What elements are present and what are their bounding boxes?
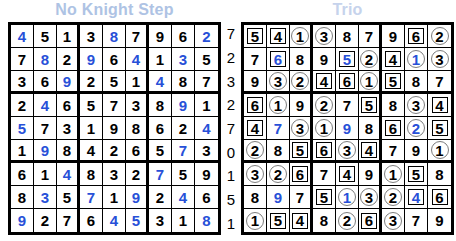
digit: 7: [63, 213, 71, 228]
nks-cell-r9c9[interactable]: 8: [195, 209, 218, 232]
nks-cell-r1c1[interactable]: 4: [11, 25, 34, 48]
digit: 4: [296, 213, 304, 228]
nks-cell-r4c1[interactable]: 2: [11, 94, 34, 117]
nks-cell-r8c2[interactable]: 3: [34, 186, 57, 209]
circle-mark: 2: [360, 50, 378, 68]
trio-cell-r8c5[interactable]: 1: [336, 186, 359, 209]
digit: 1: [343, 190, 351, 205]
nks-cell-r7c1[interactable]: 6: [11, 163, 34, 186]
row-label-3: 3: [221, 69, 241, 93]
trio-cell-r8c8[interactable]: 4: [405, 186, 428, 209]
nks-cell-r5c8[interactable]: 2: [172, 117, 195, 140]
trio-cell-r1c6[interactable]: 7: [359, 25, 382, 48]
digit: 4: [274, 29, 282, 44]
digit: 5: [343, 52, 351, 67]
trio-cell-r5c6[interactable]: 8: [359, 117, 382, 140]
nks-cell-r5c3[interactable]: 3: [57, 117, 80, 140]
digit: 8: [274, 143, 282, 158]
trio-cell-r9c5[interactable]: 2: [336, 209, 359, 232]
trio-cell-r8c1[interactable]: 8: [244, 186, 267, 209]
nks-cell-r4c6[interactable]: 3: [126, 94, 149, 117]
digit: 5: [179, 167, 187, 182]
digit: 1: [274, 98, 282, 113]
nks-cell-r9c6[interactable]: 5: [126, 209, 149, 232]
digit: 4: [156, 74, 164, 89]
square-mark: 5: [247, 28, 263, 44]
circle-mark: 1: [338, 188, 356, 206]
circle-mark: 1: [407, 50, 425, 68]
nks-cell-r7c2[interactable]: 1: [34, 163, 57, 186]
digit: 3: [343, 143, 351, 158]
nks-cell-r2c6[interactable]: 4: [126, 48, 149, 71]
digit: 1: [110, 190, 118, 205]
trio-cell-r7c1[interactable]: 3: [244, 163, 267, 186]
circle-mark: 3: [360, 188, 378, 206]
digit: 7: [18, 52, 26, 67]
trio-cell-r9c7[interactable]: 3: [382, 209, 405, 232]
trio-cell-r4c1[interactable]: 6: [244, 94, 267, 117]
nks-cell-r1c6[interactable]: 7: [126, 25, 149, 48]
digit: 1: [412, 52, 420, 67]
digit: 9: [274, 190, 282, 205]
nks-cell-r2c5[interactable]: 6: [103, 48, 126, 71]
digit: 5: [156, 143, 164, 158]
row-label-8: 5: [221, 188, 241, 212]
nks-cell-r1c5[interactable]: 8: [103, 25, 126, 48]
trio-cell-r1c9[interactable]: 2: [428, 25, 451, 48]
nks-cell-r8c3[interactable]: 5: [57, 186, 80, 209]
trio-cell-r2c4[interactable]: 9: [313, 48, 336, 71]
digit: 8: [365, 121, 373, 136]
digit: 7: [251, 52, 259, 67]
nks-cell-r2c1[interactable]: 7: [11, 48, 34, 71]
digit: 3: [179, 52, 187, 67]
trio-cell-r5c8[interactable]: 2: [405, 117, 428, 140]
digit: 6: [389, 121, 397, 136]
left-puzzle-title: No Knight Step: [8, 0, 221, 20]
digit: 8: [63, 143, 71, 158]
trio-cell-r4c3[interactable]: 9: [290, 94, 313, 117]
nks-cell-r8c6[interactable]: 9: [126, 186, 149, 209]
nks-cell-r6c8[interactable]: 7: [172, 140, 195, 163]
trio-cell-r8c7[interactable]: 2: [382, 186, 405, 209]
nks-cell-r4c7[interactable]: 8: [149, 94, 172, 117]
trio-cell-r4c7[interactable]: 8: [382, 94, 405, 117]
digit: 6: [365, 213, 373, 228]
trio-cell-r1c4[interactable]: 3: [313, 25, 336, 48]
square-mark: 6: [339, 73, 355, 89]
digit: 9: [343, 121, 351, 136]
square-mark: 6: [432, 189, 448, 205]
nks-cell-r6c9[interactable]: 3: [195, 140, 218, 163]
digit: 4: [179, 190, 187, 205]
trio-cell-r3c1[interactable]: 9: [244, 71, 267, 94]
trio-cell-r5c3[interactable]: 3: [290, 117, 313, 140]
row-label-4: 2: [221, 93, 241, 117]
nks-cell-r7c4[interactable]: 8: [80, 163, 103, 186]
trio-cell-r3c5[interactable]: 6: [336, 71, 359, 94]
square-mark: 6: [385, 120, 401, 136]
trio-cell-r7c4[interactable]: 7: [313, 163, 336, 186]
digit: 9: [412, 143, 420, 158]
circle-mark: 1: [291, 27, 309, 45]
digit: 6: [179, 29, 187, 44]
nks-cell-r3c4[interactable]: 2: [80, 71, 103, 94]
trio-cell-r3c4[interactable]: 4: [313, 71, 336, 94]
digit: 1: [296, 29, 304, 44]
nks-cell-r6c2[interactable]: 9: [34, 140, 57, 163]
digit: 2: [132, 167, 140, 182]
nks-cell-r4c2[interactable]: 4: [34, 94, 57, 117]
nks-cell-r5c2[interactable]: 7: [34, 117, 57, 140]
nks-cell-r3c2[interactable]: 6: [34, 71, 57, 94]
page: No Knight Step Trio 45138796278296413536…: [0, 0, 456, 241]
nks-cell-r1c3[interactable]: 1: [57, 25, 80, 48]
circle-mark: 1: [246, 212, 264, 230]
digit: 7: [132, 29, 140, 44]
nks-cell-r5c4[interactable]: 1: [80, 117, 103, 140]
square-mark: 4: [432, 97, 448, 113]
digit: 9: [110, 121, 118, 136]
digit: 6: [435, 190, 443, 205]
square-mark: 4: [339, 166, 355, 182]
circle-mark: 2: [291, 72, 309, 90]
nks-cell-r3c6[interactable]: 1: [126, 71, 149, 94]
nks-cell-r9c3[interactable]: 7: [57, 209, 80, 232]
digit: 9: [202, 167, 210, 182]
square-mark: 5: [408, 166, 424, 182]
digit: 9: [179, 98, 187, 113]
circle-mark: 2: [431, 27, 449, 45]
trio-cell-r2c8[interactable]: 1: [405, 48, 428, 71]
nks-cell-r7c5[interactable]: 3: [103, 163, 126, 186]
trio-cell-r9c2[interactable]: 5: [267, 209, 290, 232]
digit: 8: [179, 74, 187, 89]
digit: 4: [320, 74, 328, 89]
nks-cell-r9c7[interactable]: 3: [149, 209, 172, 232]
trio-cell-r6c4[interactable]: 6: [313, 140, 336, 163]
square-mark: 6: [292, 166, 308, 182]
trio-cell-r6c6[interactable]: 4: [359, 140, 382, 163]
trio-cell-r3c7[interactable]: 5: [382, 71, 405, 94]
nks-cell-r2c7[interactable]: 1: [149, 48, 172, 71]
digit: 9: [156, 29, 164, 44]
trio-cell-r9c8[interactable]: 7: [405, 209, 428, 232]
square-mark: 5: [316, 189, 332, 205]
nks-cell-r1c8[interactable]: 6: [172, 25, 195, 48]
nks-cell-r9c4[interactable]: 6: [80, 209, 103, 232]
nks-cell-r9c8[interactable]: 1: [172, 209, 195, 232]
trio-cell-r7c9[interactable]: 8: [428, 163, 451, 186]
digit: 7: [156, 167, 164, 182]
trio-cell-r3c2[interactable]: 3: [267, 71, 290, 94]
digit: 5: [320, 190, 328, 205]
digit: 3: [110, 167, 118, 182]
nks-cell-r2c2[interactable]: 8: [34, 48, 57, 71]
trio-cell-r9c4[interactable]: 8: [313, 209, 336, 232]
square-mark: 4: [292, 213, 308, 229]
nks-cell-r4c9[interactable]: 1: [195, 94, 218, 117]
nks-cell-r7c9[interactable]: 9: [195, 163, 218, 186]
trio-cell-r1c8[interactable]: 6: [405, 25, 428, 48]
trio-cell-r4c5[interactable]: 7: [336, 94, 359, 117]
nks-cell-r7c3[interactable]: 4: [57, 163, 80, 186]
digit: 7: [87, 190, 95, 205]
nks-cell-r8c8[interactable]: 4: [172, 186, 195, 209]
digit: 9: [41, 143, 49, 158]
digit: 4: [343, 167, 351, 182]
digit: 1: [87, 121, 95, 136]
trio-cell-r5c2[interactable]: 7: [267, 117, 290, 140]
digit: 1: [320, 121, 328, 136]
trio-cell-r6c9[interactable]: 1: [428, 140, 451, 163]
digit: 4: [41, 98, 49, 113]
trio-cell-r7c5[interactable]: 4: [336, 163, 359, 186]
row-label-9: 1: [221, 211, 241, 235]
trio-cell-r5c9[interactable]: 5: [428, 117, 451, 140]
square-mark: 6: [408, 28, 424, 44]
trio-cell-r1c7[interactable]: 9: [382, 25, 405, 48]
digit: 6: [41, 74, 49, 89]
trio-cell-r8c2[interactable]: 9: [267, 186, 290, 209]
square-mark: 4: [316, 73, 332, 89]
nks-cell-r7c7[interactable]: 7: [149, 163, 172, 186]
trio-cell-r1c3[interactable]: 1: [290, 25, 313, 48]
digit: 5: [389, 74, 397, 89]
digit: 2: [18, 98, 26, 113]
digit: 8: [110, 29, 118, 44]
nks-cell-r9c1[interactable]: 9: [11, 209, 34, 232]
digit: 6: [132, 143, 140, 158]
trio-cell-r7c7[interactable]: 1: [382, 163, 405, 186]
digit: 7: [389, 143, 397, 158]
trio-cell-r7c8[interactable]: 5: [405, 163, 428, 186]
nks-cell-r8c5[interactable]: 1: [103, 186, 126, 209]
digit: 3: [87, 29, 95, 44]
trio-cell-r4c8[interactable]: 3: [405, 94, 428, 117]
digit: 4: [87, 143, 95, 158]
digit: 5: [274, 213, 282, 228]
circle-mark: 1: [315, 119, 333, 137]
trio-cell-r2c5[interactable]: 5: [336, 48, 359, 71]
trio-cell-r2c9[interactable]: 3: [428, 48, 451, 71]
digit: 3: [132, 98, 140, 113]
digit: 1: [179, 213, 187, 228]
digit: 8: [132, 121, 140, 136]
trio-cell-r9c1[interactable]: 1: [244, 209, 267, 232]
trio-cell-r1c5[interactable]: 8: [336, 25, 359, 48]
trio-cell-r3c9[interactable]: 7: [428, 71, 451, 94]
digit: 3: [63, 121, 71, 136]
trio-cell-r8c4[interactable]: 5: [313, 186, 336, 209]
digit: 8: [87, 167, 95, 182]
digit: 1: [41, 167, 49, 182]
trio-cell-r5c7[interactable]: 6: [382, 117, 405, 140]
nks-cell-r5c5[interactable]: 9: [103, 117, 126, 140]
trio-cell-r2c3[interactable]: 8: [290, 48, 313, 71]
nks-cell-r1c7[interactable]: 9: [149, 25, 172, 48]
trio-cell-r2c7[interactable]: 4: [382, 48, 405, 71]
digit: 9: [87, 52, 95, 67]
trio-cell-r3c8[interactable]: 8: [405, 71, 428, 94]
nks-cell-r9c2[interactable]: 2: [34, 209, 57, 232]
circle-mark: 1: [431, 141, 449, 159]
nks-cell-r8c4[interactable]: 7: [80, 186, 103, 209]
trio-cell-r9c3[interactable]: 4: [290, 209, 313, 232]
digit: 2: [110, 143, 118, 158]
nks-cell-r8c9[interactable]: 6: [195, 186, 218, 209]
trio-cell-r6c2[interactable]: 8: [267, 140, 290, 163]
circle-mark: 2: [269, 165, 287, 183]
digit: 1: [132, 74, 140, 89]
digit: 5: [202, 52, 210, 67]
nks-cell-r3c7[interactable]: 4: [149, 71, 172, 94]
trio-cell-r9c6[interactable]: 6: [359, 209, 382, 232]
digit: 7: [365, 29, 373, 44]
trio-cell-r4c4[interactable]: 2: [313, 94, 336, 117]
trio-cell-r7c6[interactable]: 9: [359, 163, 382, 186]
trio-cell-r4c6[interactable]: 5: [359, 94, 382, 117]
trio-cell-r4c9[interactable]: 4: [428, 94, 451, 117]
trio-cell-r5c5[interactable]: 9: [336, 117, 359, 140]
square-mark: 6: [270, 51, 286, 67]
digit: 9: [18, 213, 26, 228]
row-label-5: 7: [221, 117, 241, 141]
nks-cell-r4c3[interactable]: 6: [57, 94, 80, 117]
trio-cell-r6c8[interactable]: 9: [405, 140, 428, 163]
digit: 3: [156, 213, 164, 228]
nks-cell-r3c9[interactable]: 7: [195, 71, 218, 94]
trio-cell-r3c3[interactable]: 2: [290, 71, 313, 94]
digit: 3: [296, 121, 304, 136]
trio-cell-r8c6[interactable]: 3: [359, 186, 382, 209]
digit: 4: [365, 143, 373, 158]
trio-cell-r1c1[interactable]: 5: [244, 25, 267, 48]
digit: 2: [156, 190, 164, 205]
digit: 9: [296, 98, 304, 113]
digit: 4: [412, 190, 420, 205]
nks-cell-r1c9[interactable]: 2: [195, 25, 218, 48]
square-mark: 6: [316, 142, 332, 158]
digit: 7: [412, 213, 420, 228]
trio-cell-r4c2[interactable]: 1: [267, 94, 290, 117]
nks-cell-r5c9[interactable]: 4: [195, 117, 218, 140]
circle-mark: 3: [384, 212, 402, 230]
nks-cell-r6c1[interactable]: 1: [11, 140, 34, 163]
nks-cell-r8c1[interactable]: 8: [11, 186, 34, 209]
circle-mark: 3: [315, 27, 333, 45]
digit: 9: [63, 74, 71, 89]
trio-cell-r2c6[interactable]: 2: [359, 48, 382, 71]
nks-cell-r4c8[interactable]: 9: [172, 94, 195, 117]
trio-cell-r2c1[interactable]: 7: [244, 48, 267, 71]
nks-cell-r5c6[interactable]: 8: [126, 117, 149, 140]
nks-cell-r7c8[interactable]: 5: [172, 163, 195, 186]
digit: 3: [365, 190, 373, 205]
trio-cell-r6c1[interactable]: 2: [244, 140, 267, 163]
row-label-2: 2: [221, 46, 241, 70]
trio-cell-r7c2[interactable]: 2: [267, 163, 290, 186]
digit: 8: [41, 52, 49, 67]
circle-mark: 2: [407, 119, 425, 137]
trio-cell-r2c2[interactable]: 6: [267, 48, 290, 71]
trio-cell-r6c5[interactable]: 3: [336, 140, 359, 163]
nks-cell-r8c7[interactable]: 2: [149, 186, 172, 209]
nks-cell-r7c6[interactable]: 2: [126, 163, 149, 186]
digit: 1: [389, 167, 397, 182]
nks-cell-r2c4[interactable]: 9: [80, 48, 103, 71]
nks-cell-r6c7[interactable]: 5: [149, 140, 172, 163]
digit: 2: [274, 167, 282, 182]
trio-cell-r3c6[interactable]: 1: [359, 71, 382, 94]
nks-cell-r5c7[interactable]: 6: [149, 117, 172, 140]
trio-cell-r8c9[interactable]: 6: [428, 186, 451, 209]
nks-cell-r4c4[interactable]: 5: [80, 94, 103, 117]
nks-cell-r3c8[interactable]: 8: [172, 71, 195, 94]
row-label-6: 0: [221, 140, 241, 164]
trio-cell-r8c3[interactable]: 7: [290, 186, 313, 209]
digit: 1: [365, 74, 373, 89]
digit: 2: [179, 121, 187, 136]
digit: 1: [63, 29, 71, 44]
square-mark: 6: [247, 97, 263, 113]
trio-cell-r7c3[interactable]: 6: [290, 163, 313, 186]
digit: 8: [296, 52, 304, 67]
digit: 3: [202, 143, 210, 158]
nks-cell-r6c5[interactable]: 2: [103, 140, 126, 163]
nks-cell-r6c4[interactable]: 4: [80, 140, 103, 163]
nks-cell-r1c2[interactable]: 5: [34, 25, 57, 48]
digit: 6: [412, 29, 420, 44]
digit: 8: [156, 98, 164, 113]
nks-cell-r2c8[interactable]: 3: [172, 48, 195, 71]
trio-cell-r6c3[interactable]: 5: [290, 140, 313, 163]
digit: 5: [412, 167, 420, 182]
nks-cell-r2c9[interactable]: 5: [195, 48, 218, 71]
row-label-1: 7: [221, 22, 241, 46]
square-mark: 4: [270, 28, 286, 44]
nks-cell-r3c1[interactable]: 3: [11, 71, 34, 94]
nks-cell-r4c5[interactable]: 7: [103, 94, 126, 117]
digit: 4: [110, 213, 118, 228]
trio-cell-r6c7[interactable]: 7: [382, 140, 405, 163]
trio-cell-r5c4[interactable]: 1: [313, 117, 336, 140]
digit: 2: [365, 52, 373, 67]
nks-cell-r2c3[interactable]: 2: [57, 48, 80, 71]
nks-cell-r3c3[interactable]: 9: [57, 71, 80, 94]
nks-cell-r6c3[interactable]: 8: [57, 140, 80, 163]
trio-cell-r9c9[interactable]: 9: [428, 209, 451, 232]
nks-cell-r6c6[interactable]: 6: [126, 140, 149, 163]
nks-cell-r9c5[interactable]: 4: [103, 209, 126, 232]
digit: 9: [132, 190, 140, 205]
nks-cell-r5c1[interactable]: 5: [11, 117, 34, 140]
digit: 7: [435, 74, 443, 89]
digit: 6: [296, 167, 304, 182]
square-mark: 4: [247, 120, 263, 136]
digit: 4: [435, 98, 443, 113]
digit: 1: [251, 213, 259, 228]
digit: 5: [296, 143, 304, 158]
digit: 5: [435, 121, 443, 136]
digit: 8: [389, 98, 397, 113]
nks-cell-r3c5[interactable]: 5: [103, 71, 126, 94]
digit: 2: [87, 74, 95, 89]
digit: 6: [156, 121, 164, 136]
trio-cell-r5c1[interactable]: 4: [244, 117, 267, 140]
nks-cell-r1c4[interactable]: 3: [80, 25, 103, 48]
trio-cell-r1c2[interactable]: 4: [267, 25, 290, 48]
